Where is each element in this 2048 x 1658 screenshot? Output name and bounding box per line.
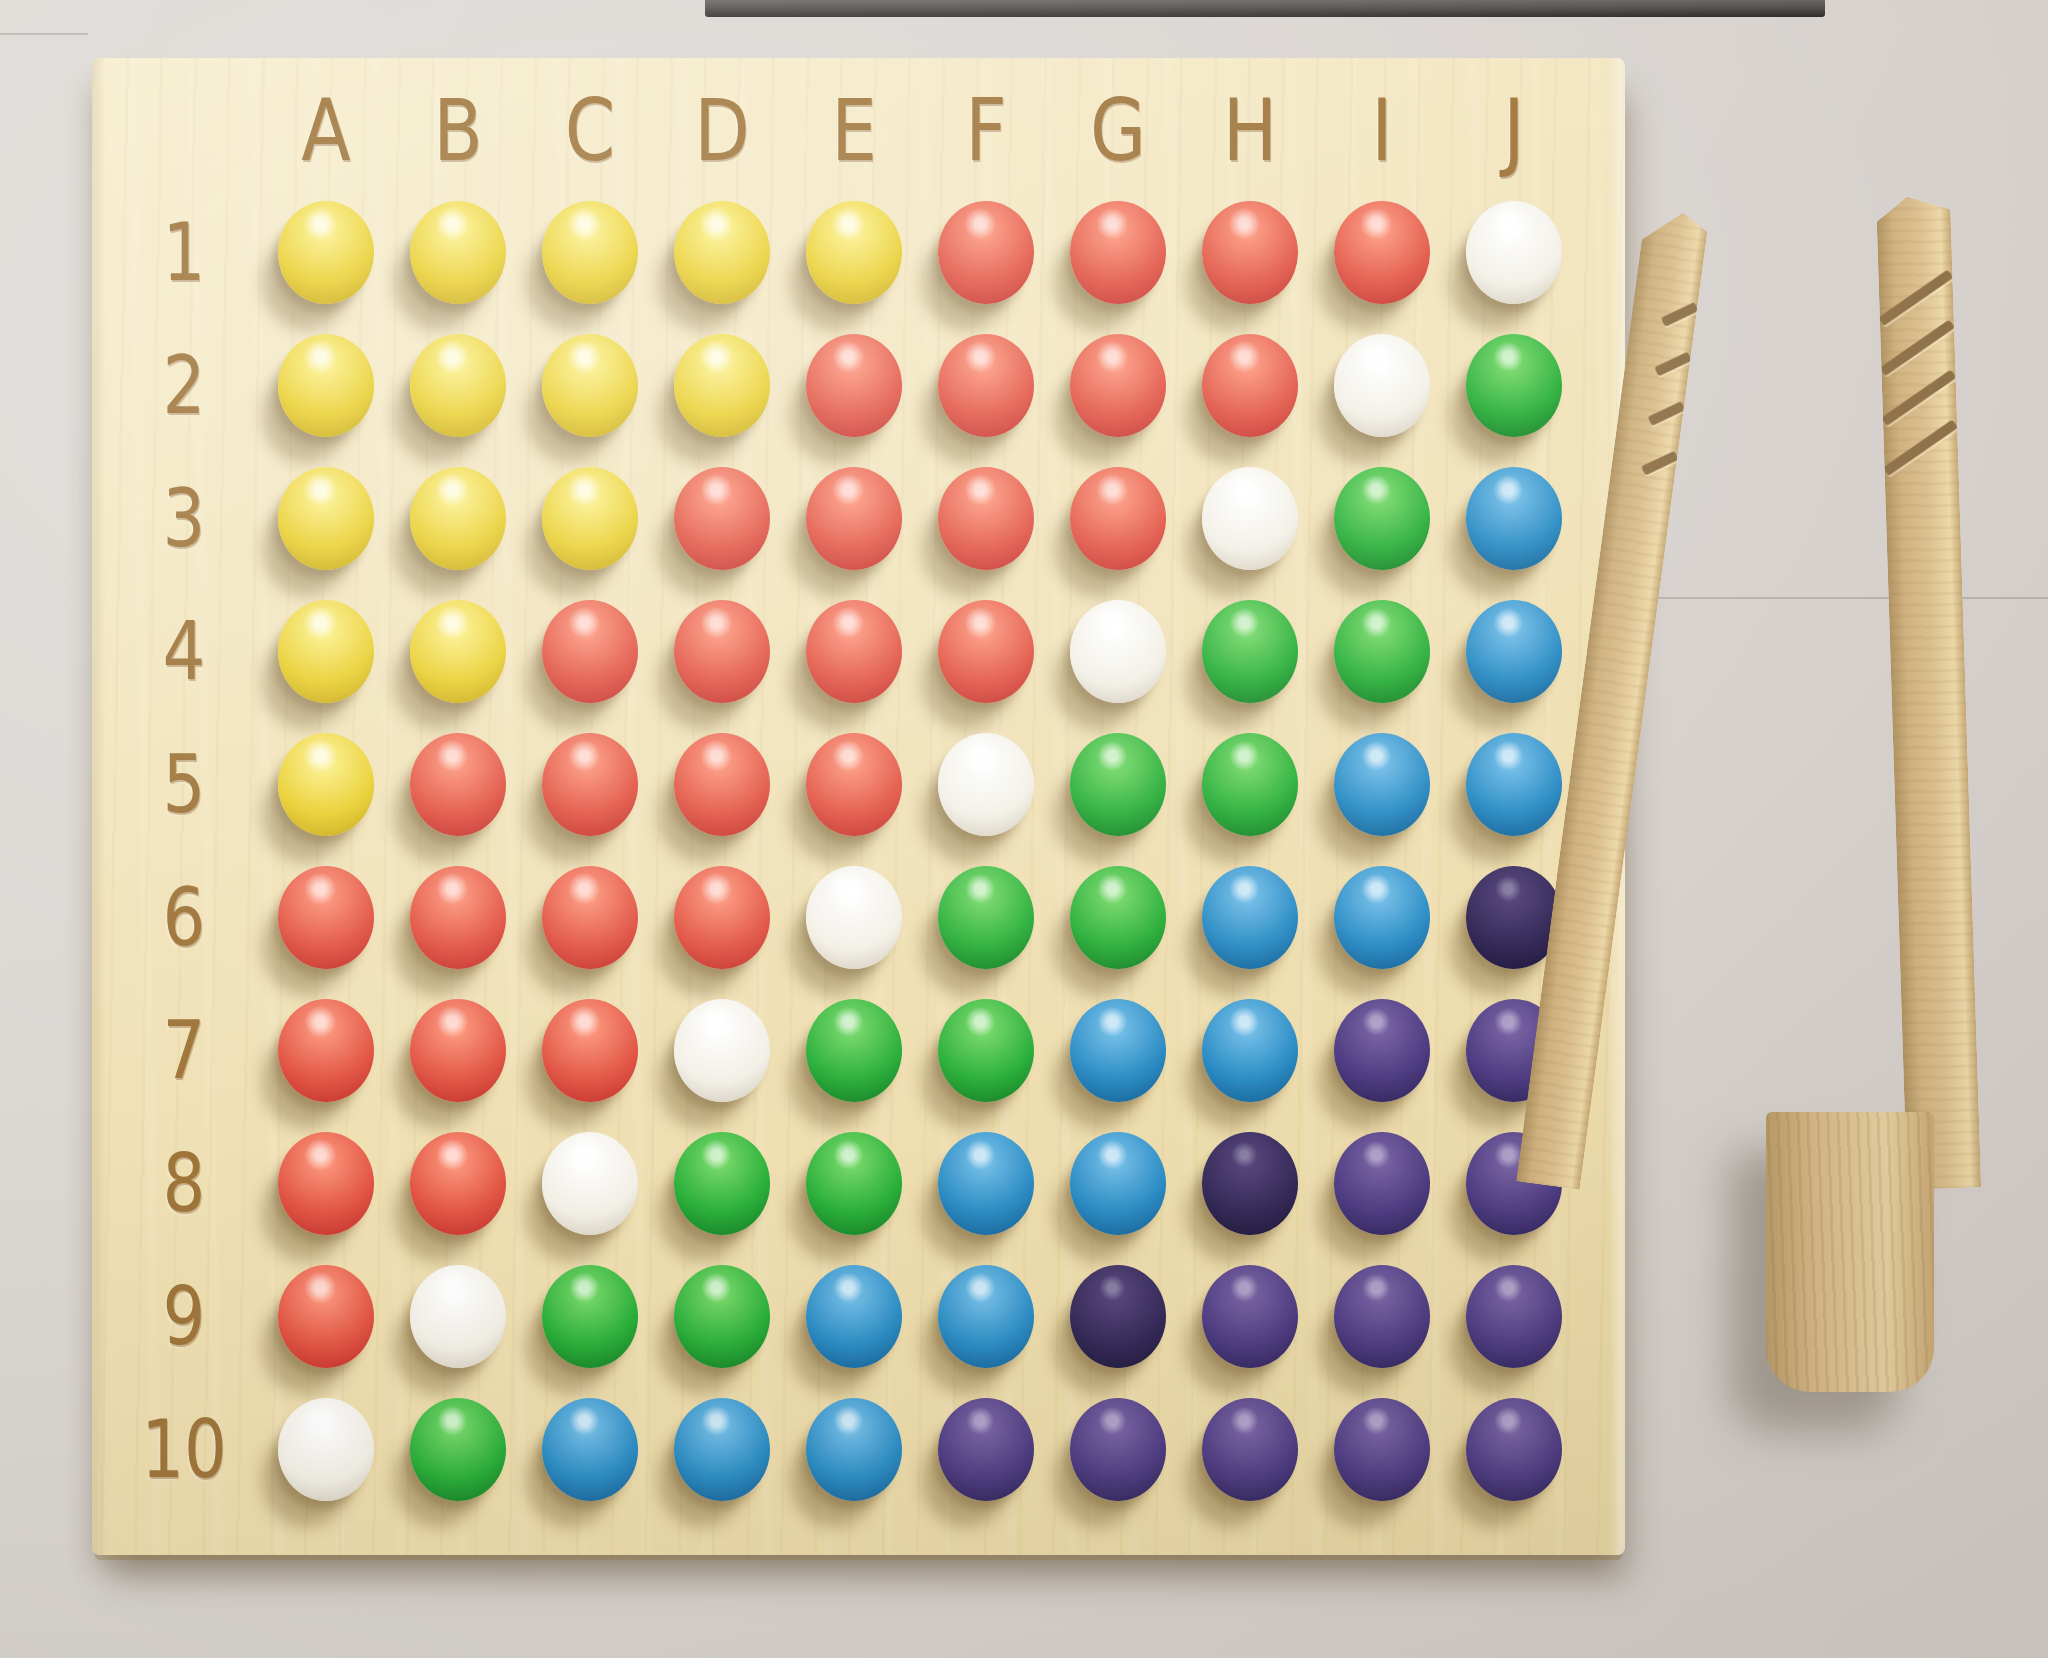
ball-blue[interactable] [1466, 733, 1562, 836]
cell-D9[interactable] [656, 1250, 788, 1383]
tongs-joint[interactable] [1766, 1112, 1934, 1392]
cell-G10[interactable] [1052, 1383, 1184, 1516]
ball-blue[interactable] [1334, 733, 1430, 836]
ball-green[interactable] [938, 999, 1034, 1102]
ball-red[interactable] [806, 600, 902, 703]
cell-E7[interactable] [788, 984, 920, 1117]
ball-red[interactable] [1070, 334, 1166, 437]
row-label-3: 3 [120, 452, 248, 585]
cell-D7[interactable] [656, 984, 788, 1117]
ball-green[interactable] [1202, 600, 1298, 703]
ball-red[interactable] [938, 467, 1034, 570]
column-label-H: H [1195, 74, 1306, 186]
ball-green[interactable] [1334, 600, 1430, 703]
cell-E1[interactable] [788, 186, 920, 319]
ball-green[interactable] [674, 1265, 770, 1368]
column-label-B: B [403, 74, 514, 186]
cell-J4[interactable] [1448, 585, 1580, 718]
cell-E10[interactable] [788, 1383, 920, 1516]
ball-green[interactable] [1070, 733, 1166, 836]
cell-J1[interactable] [1448, 186, 1580, 319]
ball-red[interactable] [278, 1132, 374, 1235]
ball-yellow[interactable] [410, 600, 506, 703]
ball-white[interactable] [1334, 334, 1430, 437]
cell-H9[interactable] [1184, 1250, 1316, 1383]
cell-A6[interactable] [260, 851, 392, 984]
ball-purple[interactable] [1466, 1265, 1562, 1368]
cell-E9[interactable] [788, 1250, 920, 1383]
ball-yellow[interactable] [410, 467, 506, 570]
tongs-groove [1881, 369, 1957, 426]
column-label-D: D [667, 74, 778, 186]
ball-white[interactable] [1466, 201, 1562, 304]
cell-I10[interactable] [1316, 1383, 1448, 1516]
ball-white[interactable] [542, 1132, 638, 1235]
ball-yellow[interactable] [542, 201, 638, 304]
ball-red[interactable] [1070, 201, 1166, 304]
ball-green[interactable] [806, 1132, 902, 1235]
ball-blue[interactable] [1070, 999, 1166, 1102]
cell-G2[interactable] [1052, 319, 1184, 452]
ball-red[interactable] [410, 1132, 506, 1235]
cell-F4[interactable] [920, 585, 1052, 718]
cell-A8[interactable] [260, 1117, 392, 1250]
ball-red[interactable] [806, 733, 902, 836]
ball-red[interactable] [410, 733, 506, 836]
cell-F6[interactable] [920, 851, 1052, 984]
ball-white[interactable] [1070, 600, 1166, 703]
ball-purple[interactable] [1202, 1265, 1298, 1368]
cell-F2[interactable] [920, 319, 1052, 452]
ball-green[interactable] [542, 1265, 638, 1368]
ball-red[interactable] [1202, 201, 1298, 304]
cell-H7[interactable] [1184, 984, 1316, 1117]
cell-I9[interactable] [1316, 1250, 1448, 1383]
ball-white[interactable] [806, 866, 902, 969]
ball-red[interactable] [542, 999, 638, 1102]
cell-G3[interactable] [1052, 452, 1184, 585]
ball-blue[interactable] [1466, 600, 1562, 703]
cell-C2[interactable] [524, 319, 656, 452]
cell-E3[interactable] [788, 452, 920, 585]
cell-E5[interactable] [788, 718, 920, 851]
cell-B3[interactable] [392, 452, 524, 585]
tongs-right-arm[interactable] [1876, 196, 1981, 1190]
ball-blue[interactable] [806, 1398, 902, 1501]
ball-red[interactable] [938, 334, 1034, 437]
column-label-E: E [799, 74, 910, 186]
tongs-groove [1648, 401, 1686, 426]
cell-J3[interactable] [1448, 452, 1580, 585]
cell-C8[interactable] [524, 1117, 656, 1250]
background-seam-left [0, 33, 88, 35]
cell-I1[interactable] [1316, 186, 1448, 319]
ball-white[interactable] [938, 733, 1034, 836]
cell-G7[interactable] [1052, 984, 1184, 1117]
ball-blue[interactable] [674, 1398, 770, 1501]
ball-red[interactable] [674, 733, 770, 836]
ball-purple[interactable] [1334, 1132, 1430, 1235]
cell-C3[interactable] [524, 452, 656, 585]
cell-E4[interactable] [788, 585, 920, 718]
ball-yellow[interactable] [674, 201, 770, 304]
column-label-I: I [1327, 74, 1438, 186]
ball-yellow[interactable] [278, 201, 374, 304]
ball-yellow[interactable] [806, 201, 902, 304]
scene: ABCDEFGHIJ12345678910 [0, 0, 2048, 1658]
ball-green[interactable] [674, 1132, 770, 1235]
cell-D2[interactable] [656, 319, 788, 452]
cell-G8[interactable] [1052, 1117, 1184, 1250]
cell-H1[interactable] [1184, 186, 1316, 319]
ball-blue[interactable] [1466, 467, 1562, 570]
ball-red[interactable] [1202, 334, 1298, 437]
column-label-J: J [1459, 74, 1570, 186]
tongs-groove [1641, 451, 1679, 476]
cell-H2[interactable] [1184, 319, 1316, 452]
ball-purple[interactable] [1334, 999, 1430, 1102]
cell-H10[interactable] [1184, 1383, 1316, 1516]
row-label-4: 4 [120, 585, 248, 718]
cell-B2[interactable] [392, 319, 524, 452]
grid-corner [108, 74, 260, 186]
cell-J10[interactable] [1448, 1383, 1580, 1516]
row-label-9: 9 [120, 1250, 248, 1383]
ball-yellow[interactable] [278, 600, 374, 703]
cell-J5[interactable] [1448, 718, 1580, 851]
tongs-groove [1883, 419, 1959, 476]
sorting-board: ABCDEFGHIJ12345678910 [92, 58, 1625, 1555]
row-label-1: 1 [120, 186, 248, 319]
cell-I8[interactable] [1316, 1117, 1448, 1250]
cell-I6[interactable] [1316, 851, 1448, 984]
ball-yellow[interactable] [278, 467, 374, 570]
row-label-6: 6 [120, 851, 248, 984]
cell-D6[interactable] [656, 851, 788, 984]
cell-F1[interactable] [920, 186, 1052, 319]
ball-red[interactable] [806, 467, 902, 570]
row-label-10: 10 [120, 1383, 248, 1516]
ball-red[interactable] [542, 600, 638, 703]
cell-F10[interactable] [920, 1383, 1052, 1516]
ball-purple[interactable] [1070, 1265, 1166, 1368]
ball-purple[interactable] [1334, 1265, 1430, 1368]
ball-white[interactable] [410, 1265, 506, 1368]
ball-blue[interactable] [938, 1132, 1034, 1235]
cell-A9[interactable] [260, 1250, 392, 1383]
tongs-groove [1661, 302, 1699, 327]
ball-purple[interactable] [1202, 1132, 1298, 1235]
ball-blue[interactable] [1202, 866, 1298, 969]
ball-red[interactable] [1070, 467, 1166, 570]
ball-white[interactable] [674, 999, 770, 1102]
cell-A5[interactable] [260, 718, 392, 851]
ball-green[interactable] [1202, 733, 1298, 836]
cell-G9[interactable] [1052, 1250, 1184, 1383]
ball-purple[interactable] [1466, 1398, 1562, 1501]
cell-B10[interactable] [392, 1383, 524, 1516]
cell-F7[interactable] [920, 984, 1052, 1117]
ball-green[interactable] [1334, 467, 1430, 570]
ball-blue[interactable] [806, 1265, 902, 1368]
cell-E2[interactable] [788, 319, 920, 452]
cell-A10[interactable] [260, 1383, 392, 1516]
cell-D3[interactable] [656, 452, 788, 585]
cell-I3[interactable] [1316, 452, 1448, 585]
cell-E8[interactable] [788, 1117, 920, 1250]
cell-C9[interactable] [524, 1250, 656, 1383]
ball-red[interactable] [542, 866, 638, 969]
column-label-G: G [1063, 74, 1174, 186]
row-label-2: 2 [120, 319, 248, 452]
ball-blue[interactable] [1070, 1132, 1166, 1235]
ball-red[interactable] [410, 866, 506, 969]
background-seam-right [1632, 597, 2048, 599]
cell-D4[interactable] [656, 585, 788, 718]
cell-B7[interactable] [392, 984, 524, 1117]
ball-red[interactable] [674, 600, 770, 703]
ball-red[interactable] [938, 600, 1034, 703]
ball-red[interactable] [410, 999, 506, 1102]
cell-C10[interactable] [524, 1383, 656, 1516]
ball-green[interactable] [806, 999, 902, 1102]
cell-I4[interactable] [1316, 585, 1448, 718]
cell-C5[interactable] [524, 718, 656, 851]
ball-yellow[interactable] [278, 334, 374, 437]
cell-G1[interactable] [1052, 186, 1184, 319]
ball-blue[interactable] [938, 1265, 1034, 1368]
cell-H4[interactable] [1184, 585, 1316, 718]
ball-purple[interactable] [1202, 1398, 1298, 1501]
cropped-background-object [705, 0, 1825, 17]
ball-red[interactable] [278, 999, 374, 1102]
tongs-groove [1655, 352, 1693, 377]
cell-C7[interactable] [524, 984, 656, 1117]
cell-B1[interactable] [392, 186, 524, 319]
ball-purple[interactable] [1334, 1398, 1430, 1501]
column-label-C: C [535, 74, 646, 186]
ball-yellow[interactable] [674, 334, 770, 437]
ball-red[interactable] [806, 334, 902, 437]
cell-B5[interactable] [392, 718, 524, 851]
ball-purple[interactable] [938, 1398, 1034, 1501]
board-grid: ABCDEFGHIJ12345678910 [108, 74, 1580, 1516]
column-label-A: A [271, 74, 382, 186]
ball-green[interactable] [1466, 334, 1562, 437]
cell-A4[interactable] [260, 585, 392, 718]
ball-red[interactable] [542, 733, 638, 836]
ball-green[interactable] [410, 1398, 506, 1501]
tongs-groove [1879, 319, 1955, 376]
cell-D5[interactable] [656, 718, 788, 851]
cell-F3[interactable] [920, 452, 1052, 585]
column-label-F: F [931, 74, 1042, 186]
cell-D1[interactable] [656, 186, 788, 319]
ball-yellow[interactable] [410, 334, 506, 437]
cell-H6[interactable] [1184, 851, 1316, 984]
row-label-8: 8 [120, 1117, 248, 1250]
ball-purple[interactable] [1070, 1398, 1166, 1501]
cell-G5[interactable] [1052, 718, 1184, 851]
ball-red[interactable] [938, 201, 1034, 304]
cell-C1[interactable] [524, 186, 656, 319]
ball-yellow[interactable] [542, 467, 638, 570]
row-label-7: 7 [120, 984, 248, 1117]
cell-C6[interactable] [524, 851, 656, 984]
ball-red[interactable] [278, 866, 374, 969]
cell-E6[interactable] [788, 851, 920, 984]
ball-yellow[interactable] [410, 201, 506, 304]
cell-G4[interactable] [1052, 585, 1184, 718]
cell-A3[interactable] [260, 452, 392, 585]
cell-H5[interactable] [1184, 718, 1316, 851]
cell-I2[interactable] [1316, 319, 1448, 452]
ball-blue[interactable] [1334, 866, 1430, 969]
tongs-groove [1878, 269, 1954, 326]
row-label-5: 5 [120, 718, 248, 851]
cell-B6[interactable] [392, 851, 524, 984]
cell-B8[interactable] [392, 1117, 524, 1250]
ball-red[interactable] [1334, 201, 1430, 304]
ball-green[interactable] [938, 866, 1034, 969]
ball-blue[interactable] [1202, 999, 1298, 1102]
ball-yellow[interactable] [278, 733, 374, 836]
cell-D10[interactable] [656, 1383, 788, 1516]
cell-G6[interactable] [1052, 851, 1184, 984]
cell-B4[interactable] [392, 585, 524, 718]
cell-F9[interactable] [920, 1250, 1052, 1383]
cell-J2[interactable] [1448, 319, 1580, 452]
cell-A1[interactable] [260, 186, 392, 319]
ball-blue[interactable] [542, 1398, 638, 1501]
cell-D8[interactable] [656, 1117, 788, 1250]
ball-yellow[interactable] [542, 334, 638, 437]
cell-C4[interactable] [524, 585, 656, 718]
ball-white[interactable] [1202, 467, 1298, 570]
cell-I7[interactable] [1316, 984, 1448, 1117]
cell-F8[interactable] [920, 1117, 1052, 1250]
cell-F5[interactable] [920, 718, 1052, 851]
ball-red[interactable] [674, 467, 770, 570]
ball-white[interactable] [278, 1398, 374, 1501]
cell-H8[interactable] [1184, 1117, 1316, 1250]
ball-green[interactable] [1070, 866, 1166, 969]
cell-B9[interactable] [392, 1250, 524, 1383]
cell-H3[interactable] [1184, 452, 1316, 585]
cell-I5[interactable] [1316, 718, 1448, 851]
ball-red[interactable] [674, 866, 770, 969]
ball-red[interactable] [278, 1265, 374, 1368]
cell-J9[interactable] [1448, 1250, 1580, 1383]
cell-A7[interactable] [260, 984, 392, 1117]
cell-A2[interactable] [260, 319, 392, 452]
